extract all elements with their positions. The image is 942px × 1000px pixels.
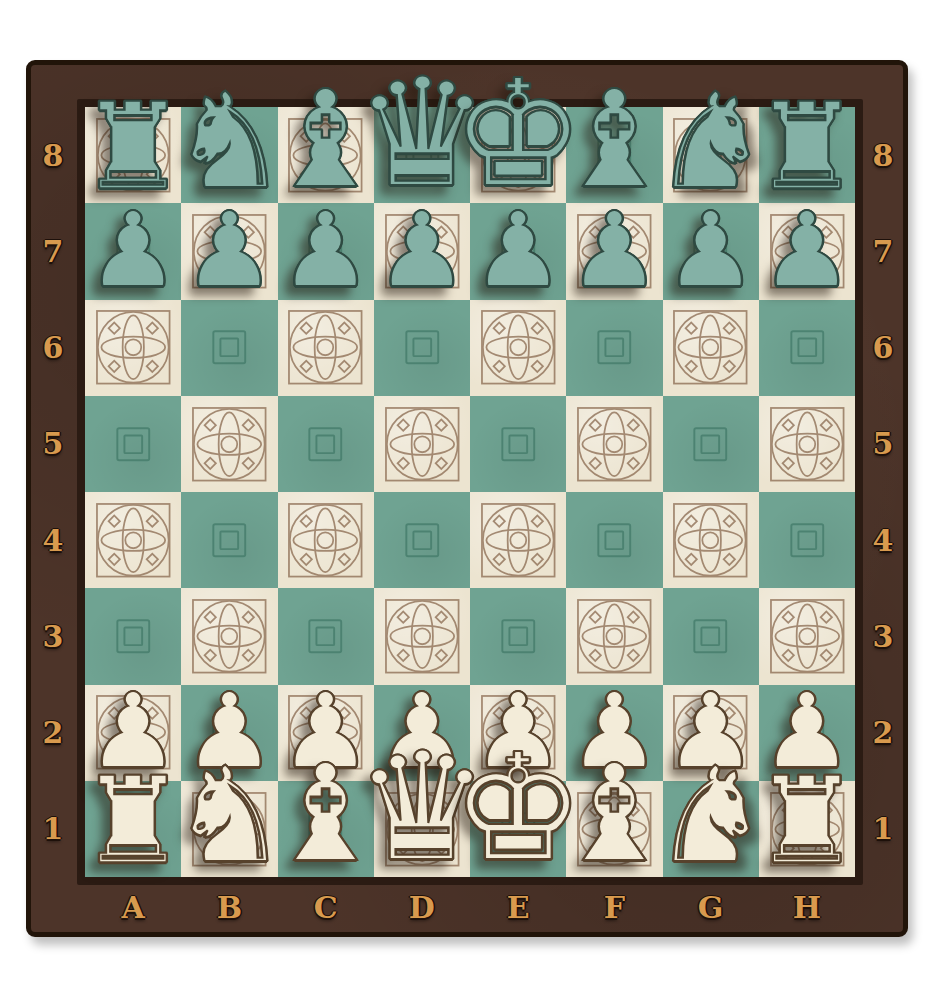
double-square-icon bbox=[378, 496, 467, 585]
square-f5[interactable] bbox=[566, 396, 662, 492]
double-square-icon bbox=[763, 496, 852, 585]
rank-label-left-2: 2 bbox=[33, 685, 73, 781]
square-d5[interactable] bbox=[374, 396, 470, 492]
flower-rosette-icon bbox=[281, 496, 370, 585]
square-b1[interactable]: ♞ bbox=[181, 781, 277, 877]
file-label-g: G bbox=[663, 889, 759, 925]
double-square-icon bbox=[281, 400, 370, 489]
square-f1[interactable]: ♝ bbox=[566, 781, 662, 877]
teal-pawn-a7[interactable]: ♟ bbox=[87, 203, 180, 299]
double-square-icon bbox=[474, 400, 563, 489]
rank-labels-right: 87654321 bbox=[863, 107, 903, 877]
teal-pawn-d7[interactable]: ♟ bbox=[375, 203, 468, 299]
teal-pawn-b7[interactable]: ♟ bbox=[183, 203, 276, 299]
flower-rosette-icon bbox=[378, 400, 467, 489]
double-square-icon bbox=[570, 303, 659, 392]
square-e5[interactable] bbox=[470, 396, 566, 492]
square-b5[interactable] bbox=[181, 396, 277, 492]
square-f6[interactable] bbox=[566, 300, 662, 396]
rank-label-right-7: 7 bbox=[863, 203, 903, 299]
square-h7[interactable]: ♟ bbox=[759, 203, 855, 299]
teal-pawn-h7[interactable]: ♟ bbox=[760, 203, 853, 299]
double-square-icon bbox=[474, 592, 563, 681]
flower-rosette-icon bbox=[474, 496, 563, 585]
teal-knight-g8[interactable]: ♞ bbox=[651, 81, 769, 202]
teal-pawn-f7[interactable]: ♟ bbox=[568, 203, 661, 299]
square-b6[interactable] bbox=[181, 300, 277, 396]
teal-pawn-c7[interactable]: ♟ bbox=[279, 203, 372, 299]
square-h6[interactable] bbox=[759, 300, 855, 396]
square-g5[interactable] bbox=[663, 396, 759, 492]
rank-label-left-4: 4 bbox=[33, 492, 73, 588]
square-e1[interactable]: ♚ bbox=[470, 781, 566, 877]
teal-pawn-e7[interactable]: ♟ bbox=[472, 203, 565, 299]
double-square-icon bbox=[763, 303, 852, 392]
rank-label-right-5: 5 bbox=[863, 396, 903, 492]
square-d6[interactable] bbox=[374, 300, 470, 396]
double-square-icon bbox=[666, 592, 755, 681]
flower-rosette-icon bbox=[570, 400, 659, 489]
file-label-h: H bbox=[759, 889, 855, 925]
double-square-icon bbox=[378, 303, 467, 392]
rank-label-left-1: 1 bbox=[33, 781, 73, 877]
rank-label-right-6: 6 bbox=[863, 300, 903, 396]
square-g1[interactable]: ♞ bbox=[663, 781, 759, 877]
square-a4[interactable] bbox=[85, 492, 181, 588]
double-square-icon bbox=[570, 496, 659, 585]
square-c5[interactable] bbox=[278, 396, 374, 492]
square-e6[interactable] bbox=[470, 300, 566, 396]
flower-rosette-icon bbox=[378, 592, 467, 681]
square-h4[interactable] bbox=[759, 492, 855, 588]
double-square-icon bbox=[185, 496, 274, 585]
flower-rosette-icon bbox=[570, 592, 659, 681]
flower-rosette-icon bbox=[89, 496, 178, 585]
rank-label-right-8: 8 bbox=[863, 107, 903, 203]
square-h5[interactable] bbox=[759, 396, 855, 492]
cream-knight-g1[interactable]: ♞ bbox=[651, 755, 769, 876]
square-d4[interactable] bbox=[374, 492, 470, 588]
file-label-f: F bbox=[566, 889, 662, 925]
double-square-icon bbox=[185, 303, 274, 392]
square-a7[interactable]: ♟ bbox=[85, 203, 181, 299]
double-square-icon bbox=[666, 400, 755, 489]
cream-rook-h1[interactable]: ♜ bbox=[753, 766, 861, 876]
square-a6[interactable] bbox=[85, 300, 181, 396]
file-label-e: E bbox=[470, 889, 566, 925]
file-label-a: A bbox=[85, 889, 181, 925]
file-label-c: C bbox=[278, 889, 374, 925]
rank-label-left-7: 7 bbox=[33, 203, 73, 299]
square-e4[interactable] bbox=[470, 492, 566, 588]
double-square-icon bbox=[89, 592, 178, 681]
square-c7[interactable]: ♟ bbox=[278, 203, 374, 299]
square-b4[interactable] bbox=[181, 492, 277, 588]
file-label-b: B bbox=[181, 889, 277, 925]
file-labels-bottom: ABCDEFGH bbox=[85, 889, 855, 925]
rank-label-left-6: 6 bbox=[33, 300, 73, 396]
square-d7[interactable]: ♟ bbox=[374, 203, 470, 299]
flower-rosette-icon bbox=[185, 592, 274, 681]
rank-labels-left: 87654321 bbox=[33, 107, 73, 877]
square-a1[interactable]: ♜ bbox=[85, 781, 181, 877]
flower-rosette-icon bbox=[666, 496, 755, 585]
page-background: { "game": "chess", "theme": "Hand-illust… bbox=[0, 0, 942, 1000]
square-g6[interactable] bbox=[663, 300, 759, 396]
square-c4[interactable] bbox=[278, 492, 374, 588]
teal-pawn-g7[interactable]: ♟ bbox=[664, 203, 757, 299]
flower-rosette-icon bbox=[666, 303, 755, 392]
rank-label-right-2: 2 bbox=[863, 685, 903, 781]
flower-rosette-icon bbox=[281, 303, 370, 392]
square-f4[interactable] bbox=[566, 492, 662, 588]
flower-rosette-icon bbox=[89, 303, 178, 392]
rank-label-left-5: 5 bbox=[33, 396, 73, 492]
flower-rosette-icon bbox=[185, 400, 274, 489]
squares-grid: ♜♞♝♛♚♝♞♜♟♟♟♟♟♟♟♟♟♟♟♟♟♟♟♟♜♞♝♛♚♝♞♜ bbox=[85, 107, 855, 877]
rank-label-right-1: 1 bbox=[863, 781, 903, 877]
rank-label-left-8: 8 bbox=[33, 107, 73, 203]
square-c6[interactable] bbox=[278, 300, 374, 396]
flower-rosette-icon bbox=[763, 400, 852, 489]
square-h1[interactable]: ♜ bbox=[759, 781, 855, 877]
square-e7[interactable]: ♟ bbox=[470, 203, 566, 299]
teal-rook-h8[interactable]: ♜ bbox=[753, 92, 861, 202]
square-f7[interactable]: ♟ bbox=[566, 203, 662, 299]
square-a5[interactable] bbox=[85, 396, 181, 492]
rank-label-right-4: 4 bbox=[863, 492, 903, 588]
board-inner-frame: ♜♞♝♛♚♝♞♜♟♟♟♟♟♟♟♟♟♟♟♟♟♟♟♟♜♞♝♛♚♝♞♜ bbox=[77, 99, 863, 885]
double-square-icon bbox=[89, 400, 178, 489]
flower-rosette-icon bbox=[763, 592, 852, 681]
chess-board: 87654321 87654321 ABCDEFGH ♜♞♝♛♚♝♞♜♟♟♟♟♟… bbox=[26, 60, 908, 937]
flower-rosette-icon bbox=[474, 303, 563, 392]
double-square-icon bbox=[281, 592, 370, 681]
rank-label-left-3: 3 bbox=[33, 588, 73, 684]
file-label-d: D bbox=[374, 889, 470, 925]
square-g7[interactable]: ♟ bbox=[663, 203, 759, 299]
rank-label-right-3: 3 bbox=[863, 588, 903, 684]
square-g4[interactable] bbox=[663, 492, 759, 588]
square-b7[interactable]: ♟ bbox=[181, 203, 277, 299]
